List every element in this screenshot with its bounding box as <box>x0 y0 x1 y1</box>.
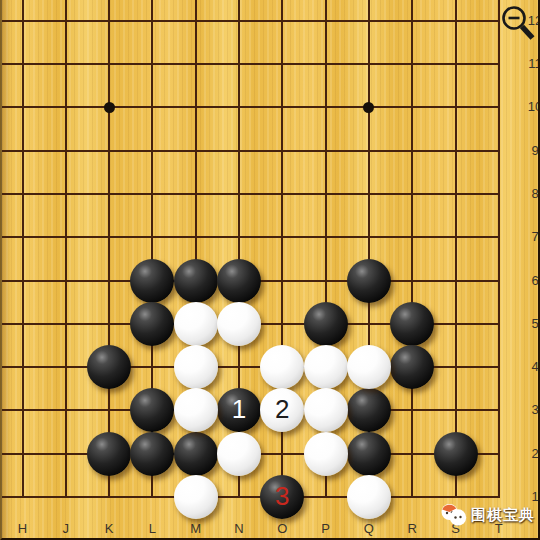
go-app-screen: 132HJKLMNOPQRST121110987654321 围棋宝典 <box>0 0 540 540</box>
stone-black-R5[interactable] <box>390 302 434 346</box>
move-number-3: 3 <box>275 483 289 509</box>
column-label-R: R <box>403 521 421 536</box>
watermark: 围棋宝典 <box>440 502 535 528</box>
column-label-J: J <box>57 521 75 536</box>
grid-line-row-8 <box>2 193 500 195</box>
stone-black-O1[interactable]: 3 <box>260 475 304 519</box>
column-label-Q: Q <box>360 521 378 536</box>
stone-black-M6[interactable] <box>174 259 218 303</box>
column-label-L: L <box>143 521 161 536</box>
stone-black-K2[interactable] <box>87 432 131 476</box>
row-label-10: 10 <box>525 98 540 116</box>
stone-black-R4[interactable] <box>390 345 434 389</box>
stone-black-S2[interactable] <box>434 432 478 476</box>
column-label-K: K <box>100 521 118 536</box>
zoom-out-icon[interactable] <box>496 1 540 45</box>
stone-black-P5[interactable] <box>304 302 348 346</box>
stone-black-Q6[interactable] <box>347 259 391 303</box>
app-logo-icon <box>440 503 468 527</box>
stone-black-N3[interactable]: 1 <box>217 388 261 432</box>
grid-line-col-S <box>455 0 457 498</box>
grid-line-col-R <box>411 0 413 498</box>
column-label-P: P <box>317 521 335 536</box>
grid-line-col-K <box>108 0 110 498</box>
row-label-6: 6 <box>525 272 540 290</box>
row-label-5: 5 <box>525 315 540 333</box>
stone-black-M2[interactable] <box>174 432 218 476</box>
grid-line-row-7 <box>2 236 500 238</box>
stone-white-P3[interactable] <box>304 388 348 432</box>
stone-black-Q3[interactable] <box>347 388 391 432</box>
move-number-2: 2 <box>275 396 289 422</box>
stone-white-P4[interactable] <box>304 345 348 389</box>
stone-white-P2[interactable] <box>304 432 348 476</box>
stone-white-N2[interactable] <box>217 432 261 476</box>
column-label-M: M <box>187 521 205 536</box>
stone-black-K4[interactable] <box>87 345 131 389</box>
grid-line-row-10 <box>2 106 500 108</box>
stone-white-M5[interactable] <box>174 302 218 346</box>
column-label-O: O <box>273 521 291 536</box>
stone-white-Q4[interactable] <box>347 345 391 389</box>
row-label-7: 7 <box>525 228 540 246</box>
go-board[interactable]: 132HJKLMNOPQRST121110987654321 <box>2 0 540 540</box>
stone-black-L2[interactable] <box>130 432 174 476</box>
grid-line-col-H <box>22 0 24 498</box>
grid-line-row-9 <box>2 150 500 152</box>
row-label-3: 3 <box>525 401 540 419</box>
stone-black-L5[interactable] <box>130 302 174 346</box>
stone-white-O3[interactable]: 2 <box>260 388 304 432</box>
stone-white-M4[interactable] <box>174 345 218 389</box>
row-label-2: 2 <box>525 445 540 463</box>
row-label-8: 8 <box>525 185 540 203</box>
column-label-H: H <box>14 521 32 536</box>
grid-line-col-J <box>65 0 67 498</box>
row-label-9: 9 <box>525 142 540 160</box>
stone-white-O4[interactable] <box>260 345 304 389</box>
stone-black-Q2[interactable] <box>347 432 391 476</box>
stone-black-L6[interactable] <box>130 259 174 303</box>
grid-line-col-T <box>498 0 500 498</box>
grid-line-row-11 <box>2 63 500 65</box>
grid-line-row-1 <box>2 496 500 498</box>
stone-white-M3[interactable] <box>174 388 218 432</box>
row-label-4: 4 <box>525 358 540 376</box>
star-point-K10 <box>104 102 115 113</box>
stone-black-N6[interactable] <box>217 259 261 303</box>
stone-black-L3[interactable] <box>130 388 174 432</box>
star-point-Q10 <box>363 102 374 113</box>
move-number-1: 1 <box>232 396 246 422</box>
grid-line-row-12 <box>2 20 500 22</box>
stone-white-Q1[interactable] <box>347 475 391 519</box>
column-label-N: N <box>230 521 248 536</box>
row-label-11: 11 <box>525 55 540 73</box>
watermark-text: 围棋宝典 <box>471 506 535 525</box>
stone-white-M1[interactable] <box>174 475 218 519</box>
stone-white-N5[interactable] <box>217 302 261 346</box>
